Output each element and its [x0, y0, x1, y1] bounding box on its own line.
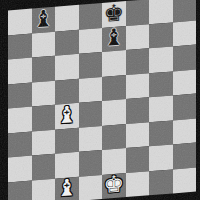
- square-c7[interactable]: [55, 29, 79, 55]
- square-d4[interactable]: [79, 101, 103, 127]
- square-a6[interactable]: [8, 58, 32, 84]
- chessboard-scene: ♝♚♝♝♝♚: [0, 0, 200, 200]
- square-f3[interactable]: [126, 122, 150, 148]
- square-d5[interactable]: [79, 77, 103, 103]
- square-g6[interactable]: [149, 46, 173, 72]
- square-f8[interactable]: [126, 0, 150, 26]
- square-b8[interactable]: ♝: [32, 7, 56, 33]
- square-e6[interactable]: [102, 50, 126, 76]
- square-b2[interactable]: [32, 154, 56, 180]
- square-h7[interactable]: [173, 20, 197, 46]
- square-a3[interactable]: [8, 131, 32, 157]
- square-e5[interactable]: [102, 75, 126, 101]
- square-c3[interactable]: [55, 127, 79, 153]
- square-h2[interactable]: [173, 143, 197, 169]
- square-f2[interactable]: [126, 146, 150, 172]
- square-f4[interactable]: [126, 97, 150, 123]
- square-d1[interactable]: [79, 175, 103, 201]
- square-d7[interactable]: [79, 28, 103, 54]
- square-a2[interactable]: [8, 156, 32, 182]
- square-c1[interactable]: ♝: [55, 176, 79, 200]
- square-f6[interactable]: [126, 48, 150, 74]
- square-c8[interactable]: [55, 5, 79, 31]
- square-c6[interactable]: [55, 54, 79, 80]
- square-h4[interactable]: [173, 94, 197, 120]
- piece-white-bishop-c4[interactable]: ♝: [56, 103, 77, 128]
- square-e3[interactable]: [102, 124, 126, 150]
- chess-board: ♝♚♝♝♝♚: [8, 0, 196, 200]
- square-c4[interactable]: ♝: [55, 103, 79, 129]
- piece-black-bishop-e7[interactable]: ♝: [103, 26, 124, 51]
- square-b5[interactable]: [32, 80, 56, 106]
- piece-white-king-e1[interactable]: ♚: [103, 173, 124, 198]
- square-f1[interactable]: [126, 171, 150, 197]
- square-b6[interactable]: [32, 56, 56, 82]
- square-a5[interactable]: [8, 82, 32, 108]
- square-b4[interactable]: [32, 105, 56, 131]
- square-g8[interactable]: [149, 0, 173, 24]
- square-a1[interactable]: [8, 180, 32, 200]
- square-g3[interactable]: [149, 120, 173, 146]
- piece-black-king-e8[interactable]: ♚: [103, 1, 124, 26]
- square-f5[interactable]: [126, 73, 150, 99]
- square-g1[interactable]: [149, 169, 173, 195]
- piece-black-bishop-b8[interactable]: ♝: [33, 7, 54, 32]
- square-e4[interactable]: [102, 99, 126, 125]
- square-b3[interactable]: [32, 129, 56, 155]
- square-h5[interactable]: [173, 69, 197, 95]
- square-e1[interactable]: ♚: [102, 173, 126, 199]
- square-g7[interactable]: [149, 22, 173, 48]
- square-g4[interactable]: [149, 95, 173, 121]
- square-b7[interactable]: [32, 31, 56, 57]
- square-d8[interactable]: [79, 3, 103, 29]
- piece-white-bishop-c1[interactable]: ♝: [56, 176, 77, 200]
- square-g2[interactable]: [149, 144, 173, 170]
- square-a7[interactable]: [8, 33, 32, 59]
- square-h3[interactable]: [173, 118, 197, 144]
- square-h8[interactable]: [173, 0, 197, 22]
- square-h1[interactable]: [173, 167, 197, 193]
- square-d2[interactable]: [79, 150, 103, 176]
- square-f7[interactable]: [126, 24, 150, 50]
- square-a4[interactable]: [8, 107, 32, 133]
- square-a8[interactable]: [8, 9, 32, 35]
- square-h6[interactable]: [173, 45, 197, 71]
- square-e7[interactable]: ♝: [102, 26, 126, 52]
- square-d6[interactable]: [79, 52, 103, 78]
- square-b1[interactable]: [32, 178, 56, 200]
- square-d3[interactable]: [79, 126, 103, 152]
- square-g5[interactable]: [149, 71, 173, 97]
